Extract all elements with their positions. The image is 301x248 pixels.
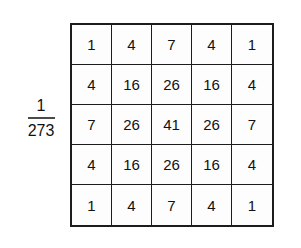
grid-cell: 4	[112, 185, 152, 225]
scale-fraction: 1 273	[22, 96, 60, 140]
grid-cell: 4	[112, 25, 152, 65]
fraction-denominator: 273	[22, 121, 60, 140]
grid-cell: 16	[192, 145, 232, 185]
grid-cell: 4	[72, 145, 112, 185]
grid-cell: 7	[152, 25, 192, 65]
grid-cell: 7	[152, 185, 192, 225]
fraction-bar	[28, 117, 55, 119]
grid-cell: 4	[232, 65, 272, 105]
grid-cell: 4	[192, 25, 232, 65]
grid-cell: 16	[192, 65, 232, 105]
kernel-figure: 1 273 1 4 7 4 1 4 16 26 16 4 7 26 41 26 …	[0, 0, 301, 248]
grid-cell: 41	[152, 105, 192, 145]
grid-cell: 7	[232, 105, 272, 145]
grid-cell: 4	[232, 145, 272, 185]
grid-cell: 1	[72, 185, 112, 225]
grid-cell: 4	[192, 185, 232, 225]
grid-cell: 1	[232, 185, 272, 225]
grid-cell: 26	[152, 145, 192, 185]
grid-cell: 16	[112, 65, 152, 105]
grid-cell: 26	[192, 105, 232, 145]
grid-cell: 26	[152, 65, 192, 105]
grid-cell: 16	[112, 145, 152, 185]
grid-cell: 26	[112, 105, 152, 145]
fraction-numerator: 1	[22, 96, 60, 115]
number-grid: 1 4 7 4 1 4 16 26 16 4 7 26 41 26 7 4 16…	[70, 23, 274, 227]
grid-cell: 1	[72, 25, 112, 65]
grid-cell: 1	[232, 25, 272, 65]
grid-cell: 7	[72, 105, 112, 145]
grid-cell: 4	[72, 65, 112, 105]
